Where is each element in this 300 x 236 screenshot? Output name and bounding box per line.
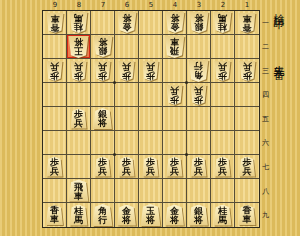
piece-rook-sente[interactable]: 飛車 xyxy=(68,180,89,202)
board-cell-8-9[interactable]: 桂馬 xyxy=(67,203,91,227)
rank-coordinate-labels: 一二三四五六七八九 xyxy=(262,11,269,227)
board-cell-5-2[interactable] xyxy=(139,35,163,59)
piece-pawn-sente[interactable]: 歩兵 xyxy=(94,157,111,177)
piece-pawn-gote[interactable]: 歩兵 xyxy=(190,85,207,105)
board-cell-2-1[interactable]: 桂馬 xyxy=(211,11,235,35)
board-cell-5-7[interactable]: 歩兵 xyxy=(139,155,163,179)
board-cell-7-2[interactable]: 銀将 xyxy=(91,35,115,59)
piece-silver-gote[interactable]: 銀将 xyxy=(189,12,209,33)
board-cell-6-1[interactable]: 金将 xyxy=(115,11,139,35)
board-cell-3-6[interactable] xyxy=(187,131,211,155)
turn-indicator: 先手番 xyxy=(270,56,285,62)
file-label-6: 6 xyxy=(115,1,139,9)
board-cell-1-3[interactable]: 歩兵 xyxy=(235,59,259,83)
board-cell-2-7[interactable]: 歩兵 xyxy=(211,155,235,179)
piece-pawn-sente[interactable]: 歩兵 xyxy=(118,157,135,177)
piece-gold-sente[interactable]: 金将 xyxy=(117,205,137,226)
board-cell-3-8[interactable] xyxy=(187,179,211,203)
piece-lance-sente[interactable]: 香車 xyxy=(46,205,64,225)
board-cell-7-6[interactable] xyxy=(91,131,115,155)
piece-bishop-gote[interactable]: 角行 xyxy=(188,60,209,82)
file-label-7: 7 xyxy=(91,1,115,9)
board-cell-3-4[interactable]: 歩兵 xyxy=(187,83,211,107)
board-cell-2-6[interactable] xyxy=(211,131,235,155)
board-cell-5-9[interactable]: 玉将 xyxy=(139,203,163,227)
piece-gold-sente[interactable]: 金将 xyxy=(165,205,185,226)
board-cell-4-8[interactable] xyxy=(163,179,187,203)
board-cell-7-7[interactable]: 歩兵 xyxy=(91,155,115,179)
board-cell-1-1[interactable]: 香車 xyxy=(235,11,259,35)
board-cell-7-8[interactable] xyxy=(91,179,115,203)
piece-pawn-gote[interactable]: 歩兵 xyxy=(94,61,111,81)
piece-pawn-sente[interactable]: 歩兵 xyxy=(46,157,63,177)
file-coordinate-labels: 987654321 xyxy=(43,1,259,9)
piece-lance-gote[interactable]: 香車 xyxy=(238,13,256,33)
board-cell-1-8[interactable] xyxy=(235,179,259,203)
piece-knight-gote[interactable]: 桂馬 xyxy=(213,12,232,33)
board-cell-3-3[interactable]: 角行 xyxy=(187,59,211,83)
piece-pawn-gote[interactable]: 歩兵 xyxy=(214,61,231,81)
file-label-9: 9 xyxy=(43,1,67,9)
board-cell-5-5[interactable] xyxy=(139,107,163,131)
board-cell-3-1[interactable]: 銀将 xyxy=(187,11,211,35)
board-cell-4-2[interactable]: 飛車 xyxy=(163,35,187,59)
piece-king-sente[interactable]: 玉将 xyxy=(140,204,161,226)
board-cell-2-9[interactable]: 桂馬 xyxy=(211,203,235,227)
piece-pawn-sente[interactable]: 歩兵 xyxy=(142,157,159,177)
board-cell-8-4[interactable] xyxy=(67,83,91,107)
board-cell-4-9[interactable]: 金将 xyxy=(163,203,187,227)
board-cell-6-7[interactable]: 歩兵 xyxy=(115,155,139,179)
board-cell-5-6[interactable] xyxy=(139,131,163,155)
board-cell-3-9[interactable]: 銀将 xyxy=(187,203,211,227)
board-cell-6-6[interactable] xyxy=(115,131,139,155)
board-cell-2-2[interactable] xyxy=(211,35,235,59)
board-cell-6-9[interactable]: 金将 xyxy=(115,203,139,227)
rank-label-6: 六 xyxy=(262,131,269,155)
rank-label-2: 二 xyxy=(262,35,269,59)
board-cell-5-3[interactable]: 歩兵 xyxy=(139,59,163,83)
piece-silver-gote[interactable]: 銀将 xyxy=(93,36,113,57)
piece-pawn-sente[interactable]: 歩兵 xyxy=(190,157,207,177)
shogi-board: 香車桂馬金将金将銀将桂馬香車王将銀将飛車歩兵歩兵歩兵歩兵歩兵角行歩兵歩兵歩兵歩兵… xyxy=(42,10,260,228)
board-cell-1-2[interactable] xyxy=(235,35,259,59)
board-cell-4-6[interactable] xyxy=(163,131,187,155)
board-cell-9-9[interactable]: 香車 xyxy=(43,203,67,227)
piece-rook-gote[interactable]: 飛車 xyxy=(164,36,185,58)
file-label-3: 3 xyxy=(187,1,211,9)
rank-label-4: 四 xyxy=(262,83,269,107)
file-label-1: 1 xyxy=(235,1,259,9)
board-cell-8-7[interactable] xyxy=(67,155,91,179)
board-cell-4-4[interactable]: 歩兵 xyxy=(163,83,187,107)
board-cell-9-8[interactable] xyxy=(43,179,67,203)
board-cell-9-3[interactable]: 歩兵 xyxy=(43,59,67,83)
board-cell-5-8[interactable] xyxy=(139,179,163,203)
rank-label-9: 九 xyxy=(262,203,269,227)
board-cell-6-8[interactable] xyxy=(115,179,139,203)
board-cell-8-8[interactable]: 飛車 xyxy=(67,179,91,203)
board-cell-7-5[interactable]: 銀将 xyxy=(91,107,115,131)
board-cell-4-3[interactable] xyxy=(163,59,187,83)
board-cell-8-1[interactable]: 桂馬 xyxy=(67,11,91,35)
file-label-8: 8 xyxy=(67,1,91,9)
board-cell-7-4[interactable] xyxy=(91,83,115,107)
status-label: 検討中 xyxy=(270,5,285,11)
piece-king-gote[interactable]: 王将 xyxy=(68,36,89,58)
board-cell-5-1[interactable] xyxy=(139,11,163,35)
board-cell-6-4[interactable] xyxy=(115,83,139,107)
piece-pawn-sente[interactable]: 歩兵 xyxy=(70,109,87,129)
board-cell-2-4[interactable] xyxy=(211,83,235,107)
board-cell-1-7[interactable]: 歩兵 xyxy=(235,155,259,179)
board-cell-8-6[interactable] xyxy=(67,131,91,155)
board-cell-8-5[interactable]: 歩兵 xyxy=(67,107,91,131)
board-cell-9-6[interactable] xyxy=(43,131,67,155)
piece-pawn-gote[interactable]: 歩兵 xyxy=(118,61,135,81)
piece-knight-sente[interactable]: 桂馬 xyxy=(213,205,232,226)
file-label-5: 5 xyxy=(139,1,163,9)
shogi-analysis-window: 987654321 香車桂馬金将金将銀将桂馬香車王将銀将飛車歩兵歩兵歩兵歩兵歩兵… xyxy=(0,0,300,236)
file-label-2: 2 xyxy=(211,1,235,9)
board-cell-3-7[interactable]: 歩兵 xyxy=(187,155,211,179)
piece-pawn-gote[interactable]: 歩兵 xyxy=(239,61,256,81)
board-cell-6-3[interactable]: 歩兵 xyxy=(115,59,139,83)
piece-pawn-gote[interactable]: 歩兵 xyxy=(46,61,63,81)
piece-gold-gote[interactable]: 金将 xyxy=(165,12,185,33)
piece-silver-sente[interactable]: 銀将 xyxy=(93,108,113,129)
board-cell-6-5[interactable] xyxy=(115,107,139,131)
board-cell-2-3[interactable]: 歩兵 xyxy=(211,59,235,83)
piece-silver-sente[interactable]: 銀将 xyxy=(189,205,209,226)
board-cell-9-7[interactable]: 歩兵 xyxy=(43,155,67,179)
board-cell-4-5[interactable] xyxy=(163,107,187,131)
piece-pawn-sente[interactable]: 歩兵 xyxy=(166,157,183,177)
board-cell-9-2[interactable] xyxy=(43,35,67,59)
rank-label-8: 八 xyxy=(262,179,269,203)
piece-knight-gote[interactable]: 桂馬 xyxy=(69,12,88,33)
piece-pawn-gote[interactable]: 歩兵 xyxy=(142,61,159,81)
piece-gold-gote[interactable]: 金将 xyxy=(117,12,137,33)
board-cell-2-8[interactable] xyxy=(211,179,235,203)
board-cell-9-5[interactable] xyxy=(43,107,67,131)
rank-label-5: 五 xyxy=(262,107,269,131)
file-label-4: 4 xyxy=(163,1,187,9)
board-cell-3-5[interactable] xyxy=(187,107,211,131)
piece-pawn-sente[interactable]: 歩兵 xyxy=(239,157,256,177)
rank-label-1: 一 xyxy=(262,11,269,35)
board-cell-7-3[interactable]: 歩兵 xyxy=(91,59,115,83)
board-cell-4-1[interactable]: 金将 xyxy=(163,11,187,35)
board-cell-1-5[interactable] xyxy=(235,107,259,131)
board-cell-9-1[interactable]: 香車 xyxy=(43,11,67,35)
board-cell-6-2[interactable] xyxy=(115,35,139,59)
board-cell-8-3[interactable]: 歩兵 xyxy=(67,59,91,83)
piece-pawn-gote[interactable]: 歩兵 xyxy=(166,85,183,105)
board-cell-5-4[interactable] xyxy=(139,83,163,107)
piece-lance-sente[interactable]: 香車 xyxy=(238,205,256,225)
board-cell-1-9[interactable]: 香車 xyxy=(235,203,259,227)
board-cell-8-2[interactable]: 王将 xyxy=(67,35,91,59)
board-cell-7-1[interactable] xyxy=(91,11,115,35)
board-cell-4-7[interactable]: 歩兵 xyxy=(163,155,187,179)
board-cell-1-6[interactable] xyxy=(235,131,259,155)
piece-bishop-sente[interactable]: 角行 xyxy=(92,204,113,226)
board-cell-9-4[interactable] xyxy=(43,83,67,107)
board-cell-7-9[interactable]: 角行 xyxy=(91,203,115,227)
board-cell-2-5[interactable] xyxy=(211,107,235,131)
piece-pawn-gote[interactable]: 歩兵 xyxy=(70,61,87,81)
piece-pawn-sente[interactable]: 歩兵 xyxy=(214,157,231,177)
piece-lance-gote[interactable]: 香車 xyxy=(46,13,64,33)
piece-knight-sente[interactable]: 桂馬 xyxy=(69,205,88,226)
rank-label-3: 三 xyxy=(262,59,269,83)
rank-label-7: 七 xyxy=(262,155,269,179)
board-cell-1-4[interactable] xyxy=(235,83,259,107)
board-cell-3-2[interactable] xyxy=(187,35,211,59)
